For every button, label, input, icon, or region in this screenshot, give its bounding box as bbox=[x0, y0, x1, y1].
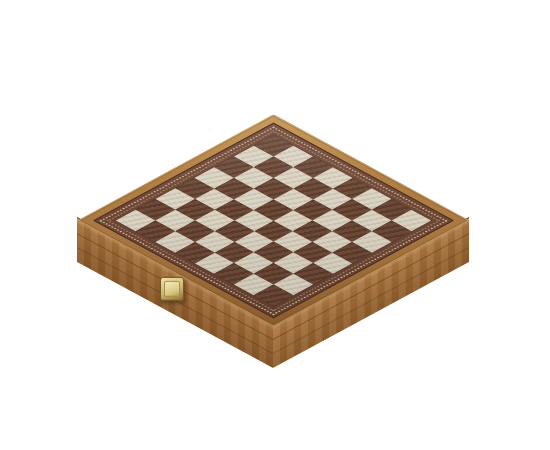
product-photo bbox=[0, 0, 550, 450]
brass-latch bbox=[160, 277, 184, 301]
